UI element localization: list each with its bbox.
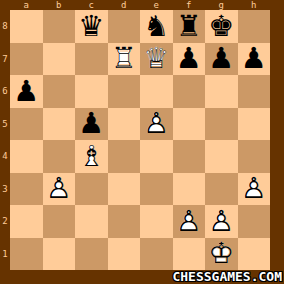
- square-e1: [140, 238, 173, 271]
- site-watermark: CHESSGAMES.COM: [172, 270, 282, 284]
- square-e8: ♞: [140, 10, 173, 43]
- square-h1: [238, 238, 271, 271]
- square-b3: ♟♙: [43, 173, 76, 206]
- square-d6: [108, 75, 141, 108]
- chess-diagram: abcdefgh 87654321 ♛♞♜♚♜♖♛♕♟♟♟♟♟♟♙♝♗♟♙♟♙♟…: [0, 0, 284, 284]
- square-g4: [205, 140, 238, 173]
- square-h7: ♟: [238, 43, 271, 76]
- piece-white-pawn-outline: ♙: [205, 205, 238, 238]
- square-a3: [10, 173, 43, 206]
- square-c2: [75, 205, 108, 238]
- square-b8: [43, 10, 76, 43]
- piece-white-pawn: ♟: [43, 173, 76, 206]
- piece-white-rook: ♜: [108, 43, 141, 76]
- square-b6: [43, 75, 76, 108]
- square-a4: [10, 140, 43, 173]
- square-e7: ♛♕: [140, 43, 173, 76]
- square-e4: [140, 140, 173, 173]
- square-h2: [238, 205, 271, 238]
- piece-white-queen: ♛: [140, 43, 173, 76]
- square-a7: [10, 43, 43, 76]
- square-f2: ♟♙: [173, 205, 206, 238]
- square-d7: ♜♖: [108, 43, 141, 76]
- square-f6: [173, 75, 206, 108]
- square-c3: [75, 173, 108, 206]
- square-f4: [173, 140, 206, 173]
- file-label-h: h: [238, 0, 271, 10]
- piece-black-pawn: ♟: [205, 43, 238, 76]
- piece-black-pawn: ♟: [10, 75, 43, 108]
- rank-label-6: 6: [0, 75, 10, 108]
- square-b5: [43, 108, 76, 141]
- square-d1: [108, 238, 141, 271]
- square-f7: ♟: [173, 43, 206, 76]
- square-c5: ♟: [75, 108, 108, 141]
- piece-white-pawn: ♟: [173, 205, 206, 238]
- file-labels: abcdefgh: [10, 0, 270, 10]
- piece-white-pawn: ♟: [205, 205, 238, 238]
- square-h6: [238, 75, 271, 108]
- piece-white-pawn-outline: ♙: [140, 108, 173, 141]
- file-label-b: b: [43, 0, 76, 10]
- square-d8: [108, 10, 141, 43]
- square-a6: ♟: [10, 75, 43, 108]
- square-h4: [238, 140, 271, 173]
- rank-label-3: 3: [0, 173, 10, 206]
- rank-label-1: 1: [0, 238, 10, 271]
- piece-black-king: ♚: [205, 10, 238, 43]
- square-g6: [205, 75, 238, 108]
- rank-label-4: 4: [0, 140, 10, 173]
- square-b4: [43, 140, 76, 173]
- square-b7: [43, 43, 76, 76]
- square-g7: ♟: [205, 43, 238, 76]
- square-g2: ♟♙: [205, 205, 238, 238]
- chess-board: ♛♞♜♚♜♖♛♕♟♟♟♟♟♟♙♝♗♟♙♟♙♟♙♟♙♚♔: [10, 10, 270, 270]
- file-label-f: f: [173, 0, 206, 10]
- square-h3: ♟♙: [238, 173, 271, 206]
- square-e3: [140, 173, 173, 206]
- square-c1: [75, 238, 108, 271]
- square-a8: [10, 10, 43, 43]
- piece-white-pawn-outline: ♙: [238, 173, 271, 206]
- square-d2: [108, 205, 141, 238]
- square-h8: [238, 10, 271, 43]
- square-e2: [140, 205, 173, 238]
- rank-labels: 87654321: [0, 10, 10, 270]
- rank-label-7: 7: [0, 43, 10, 76]
- square-a5: [10, 108, 43, 141]
- piece-black-pawn: ♟: [173, 43, 206, 76]
- piece-white-pawn-outline: ♙: [173, 205, 206, 238]
- square-a2: [10, 205, 43, 238]
- piece-white-bishop-outline: ♗: [75, 140, 108, 173]
- square-d3: [108, 173, 141, 206]
- square-g8: ♚: [205, 10, 238, 43]
- file-label-c: c: [75, 0, 108, 10]
- square-c8: ♛: [75, 10, 108, 43]
- square-a1: [10, 238, 43, 271]
- file-label-d: d: [108, 0, 141, 10]
- square-g1: ♚♔: [205, 238, 238, 271]
- square-g3: [205, 173, 238, 206]
- rank-label-5: 5: [0, 108, 10, 141]
- piece-white-pawn: ♟: [140, 108, 173, 141]
- rank-label-8: 8: [0, 10, 10, 43]
- piece-white-pawn: ♟: [238, 173, 271, 206]
- square-g5: [205, 108, 238, 141]
- piece-white-king-outline: ♔: [205, 238, 238, 271]
- square-b2: [43, 205, 76, 238]
- square-c7: [75, 43, 108, 76]
- file-label-a: a: [10, 0, 43, 10]
- square-f3: [173, 173, 206, 206]
- piece-white-queen-outline: ♕: [140, 43, 173, 76]
- piece-black-pawn: ♟: [75, 108, 108, 141]
- rank-label-2: 2: [0, 205, 10, 238]
- square-f1: [173, 238, 206, 271]
- piece-black-pawn: ♟: [238, 43, 271, 76]
- square-f8: ♜: [173, 10, 206, 43]
- file-label-g: g: [205, 0, 238, 10]
- square-e5: ♟♙: [140, 108, 173, 141]
- square-d4: [108, 140, 141, 173]
- piece-white-bishop: ♝: [75, 140, 108, 173]
- piece-black-rook: ♜: [173, 10, 206, 43]
- piece-white-rook-outline: ♖: [108, 43, 141, 76]
- square-d5: [108, 108, 141, 141]
- square-c6: [75, 75, 108, 108]
- square-e6: [140, 75, 173, 108]
- square-h5: [238, 108, 271, 141]
- square-c4: ♝♗: [75, 140, 108, 173]
- piece-white-pawn-outline: ♙: [43, 173, 76, 206]
- file-label-e: e: [140, 0, 173, 10]
- piece-black-knight: ♞: [140, 10, 173, 43]
- piece-black-queen: ♛: [75, 10, 108, 43]
- piece-white-king: ♚: [205, 238, 238, 271]
- square-b1: [43, 238, 76, 271]
- square-f5: [173, 108, 206, 141]
